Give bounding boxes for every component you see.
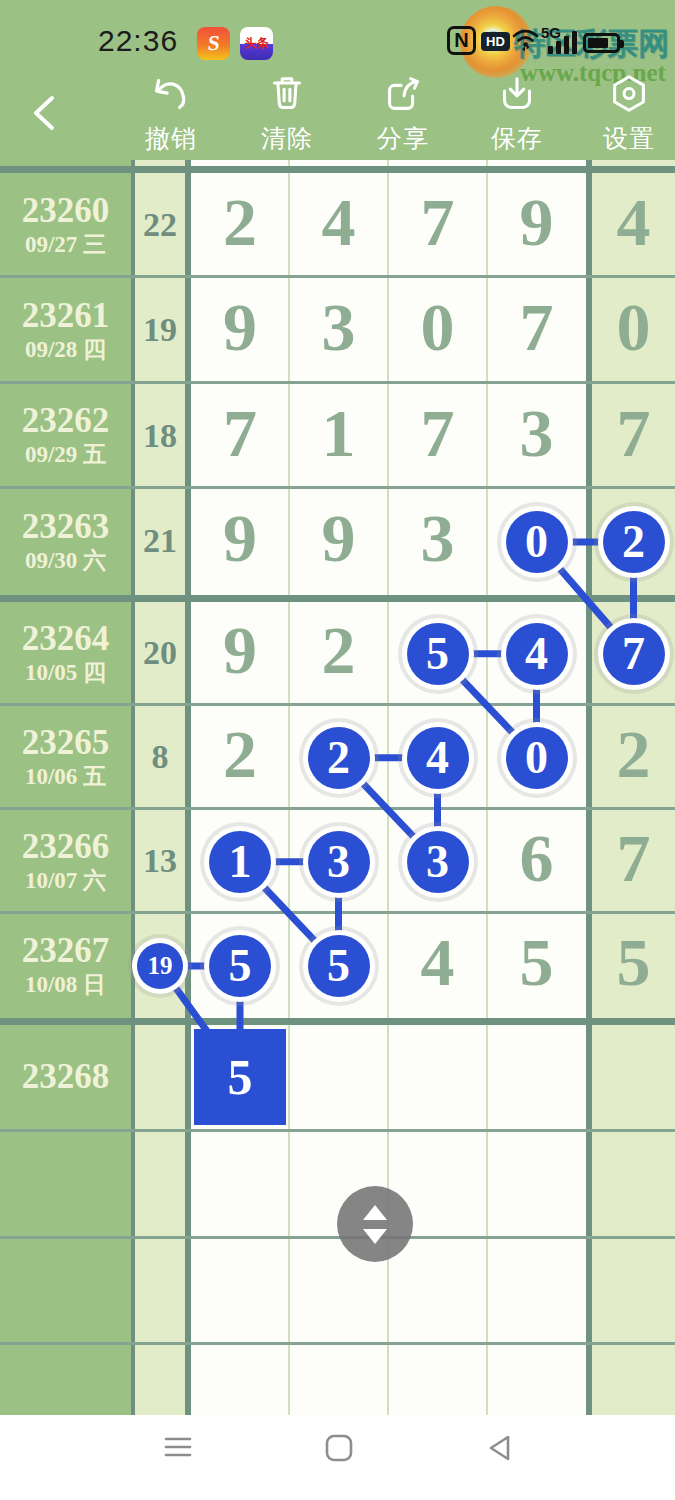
column-border bbox=[586, 160, 592, 1415]
marked-digit[interactable]: 3 bbox=[407, 831, 469, 893]
week-separator bbox=[0, 166, 675, 173]
week-separator bbox=[0, 595, 675, 602]
sum-value: 21 bbox=[143, 522, 177, 560]
save-label: 保存 bbox=[471, 122, 563, 155]
column-divider bbox=[486, 160, 488, 1415]
android-nav-bar bbox=[0, 1415, 675, 1500]
digit-cell[interactable]: 9 bbox=[223, 499, 257, 578]
digit-cell[interactable]: 7 bbox=[223, 394, 257, 473]
app-icon-text: 头条 bbox=[245, 35, 269, 52]
digit-cell[interactable]: 0 bbox=[617, 288, 651, 367]
sum-value: 13 bbox=[143, 842, 177, 880]
issue-number: 23263 bbox=[22, 508, 110, 546]
hd-icon: HD bbox=[481, 32, 510, 51]
digit-cell[interactable]: 7 bbox=[421, 394, 455, 473]
notification-app-icon: S bbox=[197, 27, 230, 60]
issue-label: 2326309/30 六 bbox=[0, 489, 131, 594]
digit-cell[interactable]: 5 bbox=[617, 923, 651, 1002]
draw-date: 10/06 五 bbox=[25, 762, 106, 792]
nfc-icon: N bbox=[447, 26, 476, 55]
issue-label: 2326610/07 六 bbox=[0, 810, 131, 914]
app-icon-glyph: S bbox=[206, 31, 220, 56]
back-button[interactable] bbox=[22, 88, 70, 136]
clear-button[interactable]: 清除 bbox=[241, 70, 333, 155]
digit-cell[interactable]: 4 bbox=[421, 923, 455, 1002]
digit-cell[interactable]: 2 bbox=[223, 183, 257, 262]
digit-cell[interactable]: 6 bbox=[520, 819, 554, 898]
toutiao-app-icon: 头条 bbox=[240, 27, 273, 60]
marked-digit[interactable]: 3 bbox=[308, 831, 370, 893]
settings-icon bbox=[583, 70, 675, 118]
nav-back-button[interactable] bbox=[485, 1433, 515, 1467]
trash-icon bbox=[241, 70, 333, 118]
column-border bbox=[131, 160, 135, 1415]
digit-cell[interactable]: 3 bbox=[421, 499, 455, 578]
digit-cell[interactable]: 4 bbox=[617, 183, 651, 262]
digit-cell[interactable]: 7 bbox=[421, 183, 455, 262]
marked-sum[interactable]: 19 bbox=[137, 943, 183, 989]
draw-date: 09/28 四 bbox=[25, 335, 106, 365]
week-separator bbox=[0, 1018, 675, 1025]
marked-digit[interactable]: 2 bbox=[308, 727, 370, 789]
digit-cell[interactable]: 9 bbox=[223, 611, 257, 690]
draw-date: 09/27 三 bbox=[25, 230, 106, 260]
digit-cell[interactable]: 3 bbox=[520, 394, 554, 473]
digit-cell[interactable]: 2 bbox=[223, 715, 257, 794]
undo-button[interactable]: 撤销 bbox=[125, 70, 217, 155]
settings-button[interactable]: 设置 bbox=[583, 70, 675, 155]
marked-digit[interactable]: 5 bbox=[209, 935, 271, 997]
column-divider bbox=[288, 160, 290, 1415]
issue-number: 23262 bbox=[22, 402, 110, 440]
issue-number: 23260 bbox=[22, 192, 110, 230]
column-border bbox=[185, 160, 191, 1415]
issue-label: 2326109/28 四 bbox=[0, 278, 131, 383]
digit-cell[interactable]: 7 bbox=[520, 288, 554, 367]
draw-date: 10/08 日 bbox=[25, 970, 106, 1000]
sum-value: 22 bbox=[143, 206, 177, 244]
digit-cell[interactable]: 9 bbox=[322, 499, 356, 578]
draw-date: 09/29 五 bbox=[25, 440, 106, 470]
clock: 22:36 bbox=[98, 24, 178, 58]
marked-digit[interactable]: 4 bbox=[506, 623, 568, 685]
nav-menu-button[interactable] bbox=[163, 1433, 193, 1467]
draw-date: 09/30 六 bbox=[25, 546, 106, 576]
marked-digit[interactable]: 0 bbox=[506, 511, 568, 573]
marked-digit[interactable]: 4 bbox=[407, 727, 469, 789]
selected-digit-square[interactable]: 5 bbox=[194, 1029, 286, 1125]
row-divider bbox=[0, 1129, 675, 1132]
digit-cell[interactable]: 7 bbox=[617, 819, 651, 898]
digit-cell[interactable]: 7 bbox=[617, 394, 651, 473]
issue-label: 2326410/05 四 bbox=[0, 602, 131, 706]
marked-digit[interactable]: 5 bbox=[308, 935, 370, 997]
marked-digit[interactable]: 5 bbox=[407, 623, 469, 685]
digit-cell[interactable]: 3 bbox=[322, 288, 356, 367]
issue-number: 23268 bbox=[22, 1058, 110, 1096]
digit-cell[interactable]: 4 bbox=[322, 183, 356, 262]
settings-label: 设置 bbox=[583, 122, 675, 155]
digit-cell[interactable]: 1 bbox=[322, 394, 356, 473]
scroll-down-icon bbox=[363, 1229, 387, 1244]
phone-screen: 22:36 S 头条 特区彩票网 www.tqcp.net N HD 5G 撤销 bbox=[0, 0, 675, 1500]
issue-label: 2326510/06 五 bbox=[0, 706, 131, 810]
scroll-handle[interactable] bbox=[337, 1186, 413, 1262]
digit-cell[interactable]: 2 bbox=[617, 715, 651, 794]
marked-digit[interactable]: 2 bbox=[603, 511, 665, 573]
save-button[interactable]: 保存 bbox=[471, 70, 563, 155]
wifi-icon bbox=[512, 27, 539, 58]
share-button[interactable]: 分享 bbox=[357, 70, 449, 155]
issue-number: 23261 bbox=[22, 297, 110, 335]
nav-home-button[interactable] bbox=[324, 1433, 354, 1467]
battery-icon bbox=[583, 33, 620, 53]
sum-value: 19 bbox=[143, 311, 177, 349]
marked-digit[interactable]: 1 bbox=[209, 831, 271, 893]
issue-number: 23265 bbox=[22, 724, 110, 762]
signal-bars-icon bbox=[548, 31, 577, 54]
digit-cell[interactable]: 0 bbox=[421, 288, 455, 367]
scroll-up-icon bbox=[363, 1205, 387, 1220]
digit-cell[interactable]: 5 bbox=[520, 923, 554, 1002]
row-divider bbox=[0, 1342, 675, 1345]
issue-label: 2326209/29 五 bbox=[0, 384, 131, 489]
issue-number: 23267 bbox=[22, 932, 110, 970]
marked-digit[interactable]: 0 bbox=[506, 727, 568, 789]
share-icon bbox=[357, 70, 449, 118]
download-icon bbox=[471, 70, 563, 118]
marked-digit[interactable]: 7 bbox=[603, 623, 665, 685]
sum-value: 20 bbox=[143, 634, 177, 672]
undo-label: 撤销 bbox=[125, 122, 217, 155]
issue-label: 2326009/27 三 bbox=[0, 173, 131, 278]
digit-cell[interactable]: 9 bbox=[520, 183, 554, 262]
sum-value: 8 bbox=[152, 738, 169, 776]
row-divider bbox=[0, 1236, 675, 1239]
draw-date: 10/07 六 bbox=[25, 866, 106, 896]
share-label: 分享 bbox=[357, 122, 449, 155]
clear-label: 清除 bbox=[241, 122, 333, 155]
draw-date: 10/05 四 bbox=[25, 658, 106, 688]
digit-cell[interactable]: 9 bbox=[223, 288, 257, 367]
sum-value: 18 bbox=[143, 417, 177, 455]
issue-label: 23268 bbox=[0, 1025, 131, 1129]
issue-label: 2326710/08 日 bbox=[0, 914, 131, 1018]
issue-number: 23264 bbox=[22, 620, 110, 658]
digit-cell[interactable]: 2 bbox=[322, 611, 356, 690]
issue-number: 23266 bbox=[22, 828, 110, 866]
undo-icon bbox=[125, 70, 217, 118]
